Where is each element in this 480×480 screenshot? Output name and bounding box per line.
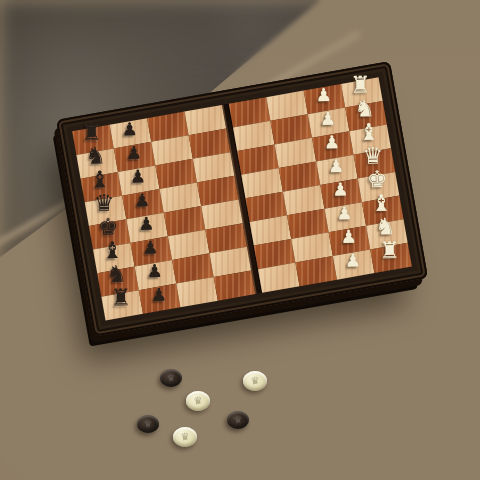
black-rook: ♜ [72, 119, 110, 146]
square-h7: ♟ [139, 284, 181, 314]
white-pawn: ♟ [305, 84, 343, 107]
square-h6 [176, 277, 218, 307]
board-right-half: ♟♜♟♞♟♝♟♛♟♚♟♝♟♞♟♜ [229, 77, 412, 292]
square-h3 [295, 256, 337, 286]
photo-scene: ♜♟♞♟♝♟♛♟♚♟♝♟♞♟♜♟ ♟♜♟♞♟♝♟♛♟♚♟♝♟♞♟♜ ♛♛♛♛♛♛ [0, 0, 480, 480]
crown-motif: ♛ [136, 414, 160, 435]
checker-disc-light: ♛ [186, 391, 210, 411]
crown-motif: ♛ [226, 410, 250, 431]
square-h8: ♜ [101, 290, 143, 320]
square-h5 [214, 270, 256, 300]
board-left-half: ♜♟♞♟♝♟♛♟♚♟♝♟♞♟♜♟ [72, 105, 255, 320]
black-pawn: ♟ [111, 118, 149, 141]
crown-motif: ♛ [172, 425, 199, 448]
checker-disc-dark: ♛ [160, 369, 182, 387]
square-h4 [258, 263, 300, 293]
depth-of-field-blur [0, 0, 480, 80]
checker-disc-light: ♛ [173, 427, 197, 447]
checker-disc-dark: ♛ [227, 411, 249, 429]
square-h2: ♟ [333, 249, 375, 279]
square-h1: ♜ [370, 243, 412, 273]
checker-disc-dark: ♛ [137, 415, 159, 433]
crown-motif: ♛ [185, 389, 212, 412]
crown-motif: ♛ [242, 369, 269, 392]
white-rook: ♜ [341, 71, 379, 98]
crown-motif: ♛ [159, 368, 183, 389]
checker-disc-light: ♛ [243, 371, 267, 391]
